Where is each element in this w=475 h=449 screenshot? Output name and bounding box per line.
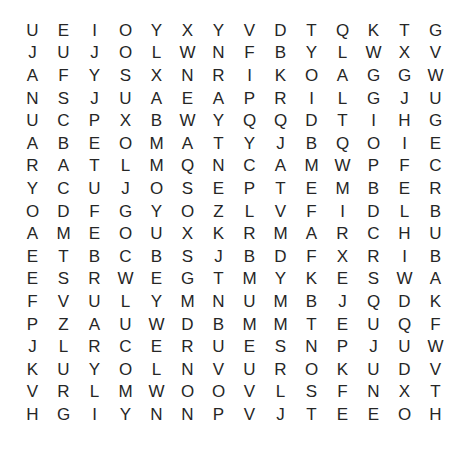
grid-cell-r4c8[interactable]: P	[234, 87, 265, 110]
grid-cell-r12c10[interactable]: K	[296, 268, 327, 291]
grid-cell-r16c5[interactable]: L	[141, 358, 172, 381]
grid-cell-r5c1[interactable]: U	[17, 109, 48, 132]
grid-cell-r3c8[interactable]: I	[234, 64, 265, 87]
grid-cell-r1c6[interactable]: X	[172, 19, 203, 42]
grid-cell-r4c5[interactable]: A	[141, 87, 172, 110]
grid-cell-r15c7[interactable]: U	[203, 335, 234, 358]
grid-cell-r5c10[interactable]: D	[296, 109, 327, 132]
grid-cell-r2c3[interactable]: J	[79, 42, 110, 65]
grid-cell-r12c11[interactable]: E	[327, 268, 358, 291]
grid-cell-r10c13[interactable]: H	[389, 222, 420, 245]
grid-cell-r5c9[interactable]: Q	[265, 109, 296, 132]
grid-cell-r1c14[interactable]: G	[420, 19, 451, 42]
grid-cell-r10c1[interactable]: A	[17, 222, 48, 245]
grid-cell-r7c5[interactable]: M	[141, 155, 172, 178]
grid-cell-r16c9[interactable]: R	[265, 358, 296, 381]
grid-cell-r2c6[interactable]: W	[172, 42, 203, 65]
grid-cell-r2c11[interactable]: L	[327, 42, 358, 65]
grid-cell-r17c9[interactable]: L	[265, 381, 296, 404]
grid-cell-r2c1[interactable]: J	[17, 42, 48, 65]
grid-cell-r5c4[interactable]: X	[110, 109, 141, 132]
grid-cell-r9c5[interactable]: Y	[141, 200, 172, 223]
grid-cell-r6c13[interactable]: I	[389, 132, 420, 155]
grid-cell-r8c12[interactable]: B	[358, 177, 389, 200]
grid-cell-r11c8[interactable]: B	[234, 245, 265, 268]
grid-cell-r4c2[interactable]: S	[48, 87, 79, 110]
grid-cell-r2c4[interactable]: O	[110, 42, 141, 65]
grid-cell-r12c5[interactable]: E	[141, 268, 172, 291]
grid-cell-r4c13[interactable]: J	[389, 87, 420, 110]
grid-cell-r16c6[interactable]: N	[172, 358, 203, 381]
grid-cell-r10c2[interactable]: M	[48, 222, 79, 245]
grid-cell-r15c2[interactable]: L	[48, 335, 79, 358]
grid-cell-r16c2[interactable]: U	[48, 358, 79, 381]
word-search-grid: UEIOYXYVDTQKTGJUJOLWNFBYLWXVAFYSXNRIKOAG…	[17, 19, 451, 426]
grid-cell-r14c1[interactable]: P	[17, 313, 48, 336]
grid-cell-r14c2[interactable]: Z	[48, 313, 79, 336]
grid-cell-r2c10[interactable]: Y	[296, 42, 327, 65]
grid-cell-r2c7[interactable]: N	[203, 42, 234, 65]
grid-cell-r3c10[interactable]: O	[296, 64, 327, 87]
grid-cell-r12c4[interactable]: W	[110, 268, 141, 291]
grid-cell-r4c1[interactable]: N	[17, 87, 48, 110]
grid-cell-r18c9[interactable]: J	[265, 403, 296, 426]
grid-cell-r13c3[interactable]: U	[79, 290, 110, 313]
grid-cell-r7c1[interactable]: R	[17, 155, 48, 178]
grid-cell-r6c2[interactable]: B	[48, 132, 79, 155]
grid-cell-r3c11[interactable]: A	[327, 64, 358, 87]
grid-cell-r18c13[interactable]: O	[389, 403, 420, 426]
grid-cell-r18c12[interactable]: E	[358, 403, 389, 426]
grid-cell-r18c11[interactable]: E	[327, 403, 358, 426]
grid-cell-r10c14[interactable]: U	[420, 222, 451, 245]
grid-cell-r14c13[interactable]: Q	[389, 313, 420, 336]
grid-cell-r10c8[interactable]: R	[234, 222, 265, 245]
grid-cell-r16c13[interactable]: D	[389, 358, 420, 381]
grid-cell-r7c9[interactable]: A	[265, 155, 296, 178]
grid-cell-r12c14[interactable]: A	[420, 268, 451, 291]
grid-cell-r1c3[interactable]: I	[79, 19, 110, 42]
grid-cell-r1c7[interactable]: Y	[203, 19, 234, 42]
grid-cell-r6c10[interactable]: B	[296, 132, 327, 155]
grid-cell-r7c8[interactable]: C	[234, 155, 265, 178]
grid-cell-r2c5[interactable]: L	[141, 42, 172, 65]
grid-cell-r7c11[interactable]: W	[327, 155, 358, 178]
grid-cell-r8c5[interactable]: O	[141, 177, 172, 200]
grid-cell-r3c14[interactable]: W	[420, 64, 451, 87]
grid-cell-r4c12[interactable]: G	[358, 87, 389, 110]
grid-cell-r11c14[interactable]: B	[420, 245, 451, 268]
grid-cell-r7c3[interactable]: T	[79, 155, 110, 178]
grid-cell-r14c12[interactable]: U	[358, 313, 389, 336]
grid-cell-r4c10[interactable]: I	[296, 87, 327, 110]
grid-cell-r8c13[interactable]: E	[389, 177, 420, 200]
grid-cell-r6c12[interactable]: O	[358, 132, 389, 155]
grid-cell-r11c9[interactable]: D	[265, 245, 296, 268]
grid-cell-r14c11[interactable]: E	[327, 313, 358, 336]
grid-cell-r15c13[interactable]: U	[389, 335, 420, 358]
grid-cell-r3c7[interactable]: R	[203, 64, 234, 87]
grid-cell-r15c6[interactable]: R	[172, 335, 203, 358]
grid-cell-r16c14[interactable]: V	[420, 358, 451, 381]
grid-cell-r16c7[interactable]: V	[203, 358, 234, 381]
grid-cell-r18c5[interactable]: N	[141, 403, 172, 426]
grid-cell-r4c7[interactable]: A	[203, 87, 234, 110]
grid-cell-r13c13[interactable]: D	[389, 290, 420, 313]
grid-cell-r12c9[interactable]: Y	[265, 268, 296, 291]
grid-cell-r18c4[interactable]: Y	[110, 403, 141, 426]
grid-cell-r14c6[interactable]: D	[172, 313, 203, 336]
grid-cell-r9c12[interactable]: D	[358, 200, 389, 223]
grid-cell-r16c12[interactable]: U	[358, 358, 389, 381]
grid-cell-r2c14[interactable]: V	[420, 42, 451, 65]
grid-cell-r11c2[interactable]: T	[48, 245, 79, 268]
grid-cell-r8c4[interactable]: J	[110, 177, 141, 200]
grid-cell-r12c8[interactable]: M	[234, 268, 265, 291]
grid-cell-r8c3[interactable]: U	[79, 177, 110, 200]
grid-cell-r15c10[interactable]: N	[296, 335, 327, 358]
grid-cell-r3c1[interactable]: A	[17, 64, 48, 87]
grid-cell-r6c4[interactable]: O	[110, 132, 141, 155]
grid-cell-r9c1[interactable]: O	[17, 200, 48, 223]
grid-cell-r11c5[interactable]: B	[141, 245, 172, 268]
grid-cell-r4c6[interactable]: E	[172, 87, 203, 110]
grid-cell-r10c9[interactable]: M	[265, 222, 296, 245]
grid-cell-r13c1[interactable]: F	[17, 290, 48, 313]
grid-cell-r9c13[interactable]: L	[389, 200, 420, 223]
grid-cell-r17c14[interactable]: T	[420, 381, 451, 404]
grid-cell-r10c4[interactable]: O	[110, 222, 141, 245]
grid-cell-r14c8[interactable]: M	[234, 313, 265, 336]
grid-cell-r7c6[interactable]: Q	[172, 155, 203, 178]
grid-cell-r2c8[interactable]: F	[234, 42, 265, 65]
grid-cell-r2c13[interactable]: X	[389, 42, 420, 65]
grid-cell-r13c12[interactable]: Q	[358, 290, 389, 313]
grid-cell-r9c7[interactable]: Z	[203, 200, 234, 223]
grid-cell-r1c2[interactable]: E	[48, 19, 79, 42]
grid-cell-r18c7[interactable]: P	[203, 403, 234, 426]
grid-cell-r6c9[interactable]: J	[265, 132, 296, 155]
grid-cell-r5c5[interactable]: B	[141, 109, 172, 132]
grid-cell-r11c1[interactable]: E	[17, 245, 48, 268]
grid-cell-r4c11[interactable]: L	[327, 87, 358, 110]
grid-cell-r3c9[interactable]: K	[265, 64, 296, 87]
grid-cell-r10c6[interactable]: X	[172, 222, 203, 245]
grid-cell-r3c13[interactable]: G	[389, 64, 420, 87]
grid-cell-r5c11[interactable]: T	[327, 109, 358, 132]
grid-cell-r13c6[interactable]: M	[172, 290, 203, 313]
grid-cell-r7c4[interactable]: L	[110, 155, 141, 178]
grid-cell-r17c8[interactable]: V	[234, 381, 265, 404]
grid-cell-r9c11[interactable]: I	[327, 200, 358, 223]
grid-cell-r8c14[interactable]: R	[420, 177, 451, 200]
grid-cell-r18c8[interactable]: V	[234, 403, 265, 426]
grid-cell-r3c4[interactable]: S	[110, 64, 141, 87]
grid-cell-r15c12[interactable]: J	[358, 335, 389, 358]
grid-cell-r5c14[interactable]: G	[420, 109, 451, 132]
grid-cell-r14c14[interactable]: F	[420, 313, 451, 336]
grid-cell-r5c7[interactable]: Y	[203, 109, 234, 132]
grid-cell-r14c4[interactable]: U	[110, 313, 141, 336]
grid-cell-r18c14[interactable]: H	[420, 403, 451, 426]
grid-cell-r5c3[interactable]: P	[79, 109, 110, 132]
grid-cell-r1c12[interactable]: K	[358, 19, 389, 42]
grid-cell-r13c9[interactable]: M	[265, 290, 296, 313]
grid-cell-r13c10[interactable]: B	[296, 290, 327, 313]
grid-cell-r11c11[interactable]: X	[327, 245, 358, 268]
grid-cell-r13c8[interactable]: U	[234, 290, 265, 313]
grid-cell-r15c3[interactable]: R	[79, 335, 110, 358]
grid-cell-r5c6[interactable]: W	[172, 109, 203, 132]
grid-cell-r11c7[interactable]: J	[203, 245, 234, 268]
grid-cell-r8c2[interactable]: C	[48, 177, 79, 200]
grid-cell-r10c11[interactable]: R	[327, 222, 358, 245]
grid-cell-r8c7[interactable]: E	[203, 177, 234, 200]
grid-cell-r15c11[interactable]: P	[327, 335, 358, 358]
grid-cell-r7c14[interactable]: C	[420, 155, 451, 178]
grid-cell-r9c14[interactable]: B	[420, 200, 451, 223]
grid-cell-r3c5[interactable]: X	[141, 64, 172, 87]
grid-cell-r8c11[interactable]: M	[327, 177, 358, 200]
grid-cell-r11c12[interactable]: R	[358, 245, 389, 268]
word-search-page: UEIOYXYVDTQKTGJUJOLWNFBYLWXVAFYSXNRIKOAG…	[0, 0, 475, 449]
grid-cell-r15c14[interactable]: W	[420, 335, 451, 358]
grid-cell-r6c14[interactable]: E	[420, 132, 451, 155]
grid-cell-r2c9[interactable]: B	[265, 42, 296, 65]
grid-cell-r9c6[interactable]: O	[172, 200, 203, 223]
grid-cell-r16c8[interactable]: U	[234, 358, 265, 381]
grid-cell-r9c4[interactable]: G	[110, 200, 141, 223]
grid-cell-r9c9[interactable]: V	[265, 200, 296, 223]
grid-cell-r11c6[interactable]: S	[172, 245, 203, 268]
grid-cell-r1c5[interactable]: Y	[141, 19, 172, 42]
grid-cell-r8c1[interactable]: Y	[17, 177, 48, 200]
grid-cell-r12c1[interactable]: E	[17, 268, 48, 291]
grid-cell-r5c12[interactable]: I	[358, 109, 389, 132]
grid-cell-r4c14[interactable]: U	[420, 87, 451, 110]
grid-cell-r17c10[interactable]: S	[296, 381, 327, 404]
grid-cell-r11c4[interactable]: C	[110, 245, 141, 268]
grid-cell-r14c9[interactable]: M	[265, 313, 296, 336]
grid-cell-r10c5[interactable]: U	[141, 222, 172, 245]
grid-cell-r18c6[interactable]: N	[172, 403, 203, 426]
grid-cell-r3c12[interactable]: G	[358, 64, 389, 87]
grid-cell-r12c3[interactable]: R	[79, 268, 110, 291]
grid-cell-r17c13[interactable]: X	[389, 381, 420, 404]
grid-cell-r5c13[interactable]: H	[389, 109, 420, 132]
grid-cell-r3c3[interactable]: Y	[79, 64, 110, 87]
grid-cell-r17c2[interactable]: R	[48, 381, 79, 404]
grid-cell-r16c1[interactable]: K	[17, 358, 48, 381]
grid-cell-r13c11[interactable]: J	[327, 290, 358, 313]
grid-cell-r1c11[interactable]: Q	[327, 19, 358, 42]
grid-cell-r9c3[interactable]: F	[79, 200, 110, 223]
grid-cell-r1c9[interactable]: D	[265, 19, 296, 42]
grid-cell-r17c5[interactable]: W	[141, 381, 172, 404]
grid-cell-r8c8[interactable]: P	[234, 177, 265, 200]
grid-cell-r17c3[interactable]: L	[79, 381, 110, 404]
grid-cell-r4c3[interactable]: J	[79, 87, 110, 110]
grid-cell-r15c1[interactable]: J	[17, 335, 48, 358]
grid-cell-r13c5[interactable]: Y	[141, 290, 172, 313]
grid-cell-r15c5[interactable]: E	[141, 335, 172, 358]
grid-cell-r1c1[interactable]: U	[17, 19, 48, 42]
grid-cell-r17c6[interactable]: O	[172, 381, 203, 404]
grid-cell-r6c11[interactable]: Q	[327, 132, 358, 155]
grid-cell-r12c2[interactable]: S	[48, 268, 79, 291]
grid-cell-r1c13[interactable]: T	[389, 19, 420, 42]
grid-cell-r16c10[interactable]: O	[296, 358, 327, 381]
grid-cell-r17c7[interactable]: O	[203, 381, 234, 404]
grid-cell-r3c2[interactable]: F	[48, 64, 79, 87]
grid-cell-r16c11[interactable]: K	[327, 358, 358, 381]
grid-cell-r14c5[interactable]: W	[141, 313, 172, 336]
grid-cell-r6c1[interactable]: A	[17, 132, 48, 155]
grid-cell-r14c10[interactable]: T	[296, 313, 327, 336]
grid-cell-r2c2[interactable]: U	[48, 42, 79, 65]
grid-cell-r16c3[interactable]: Y	[79, 358, 110, 381]
grid-cell-r11c3[interactable]: B	[79, 245, 110, 268]
grid-cell-r17c11[interactable]: F	[327, 381, 358, 404]
grid-cell-r14c3[interactable]: A	[79, 313, 110, 336]
grid-cell-r13c7[interactable]: N	[203, 290, 234, 313]
grid-cell-r1c10[interactable]: T	[296, 19, 327, 42]
grid-cell-r10c3[interactable]: E	[79, 222, 110, 245]
grid-cell-r7c13[interactable]: F	[389, 155, 420, 178]
grid-cell-r6c3[interactable]: E	[79, 132, 110, 155]
grid-cell-r8c10[interactable]: E	[296, 177, 327, 200]
grid-cell-r6c7[interactable]: T	[203, 132, 234, 155]
grid-cell-r18c1[interactable]: H	[17, 403, 48, 426]
grid-cell-r10c7[interactable]: K	[203, 222, 234, 245]
grid-cell-r8c6[interactable]: S	[172, 177, 203, 200]
grid-cell-r17c1[interactable]: V	[17, 381, 48, 404]
grid-cell-r4c4[interactable]: U	[110, 87, 141, 110]
grid-cell-r18c3[interactable]: I	[79, 403, 110, 426]
grid-cell-r2c12[interactable]: W	[358, 42, 389, 65]
grid-cell-r7c10[interactable]: M	[296, 155, 327, 178]
grid-cell-r17c12[interactable]: N	[358, 381, 389, 404]
grid-cell-r15c4[interactable]: C	[110, 335, 141, 358]
grid-cell-r12c7[interactable]: T	[203, 268, 234, 291]
grid-cell-r12c6[interactable]: G	[172, 268, 203, 291]
grid-cell-r18c10[interactable]: T	[296, 403, 327, 426]
grid-cell-r7c2[interactable]: A	[48, 155, 79, 178]
grid-cell-r7c12[interactable]: P	[358, 155, 389, 178]
grid-cell-r6c6[interactable]: A	[172, 132, 203, 155]
grid-cell-r6c5[interactable]: M	[141, 132, 172, 155]
grid-cell-r11c13[interactable]: I	[389, 245, 420, 268]
grid-cell-r15c8[interactable]: E	[234, 335, 265, 358]
grid-cell-r7c7[interactable]: N	[203, 155, 234, 178]
grid-cell-r11c10[interactable]: F	[296, 245, 327, 268]
grid-cell-r10c12[interactable]: C	[358, 222, 389, 245]
grid-cell-r13c14[interactable]: K	[420, 290, 451, 313]
grid-cell-r12c13[interactable]: W	[389, 268, 420, 291]
grid-cell-r5c8[interactable]: Q	[234, 109, 265, 132]
grid-cell-r9c2[interactable]: D	[48, 200, 79, 223]
grid-cell-r10c10[interactable]: A	[296, 222, 327, 245]
grid-cell-r17c4[interactable]: M	[110, 381, 141, 404]
grid-cell-r9c8[interactable]: L	[234, 200, 265, 223]
grid-cell-r16c4[interactable]: O	[110, 358, 141, 381]
grid-cell-r18c2[interactable]: G	[48, 403, 79, 426]
grid-cell-r3c6[interactable]: N	[172, 64, 203, 87]
grid-cell-r1c8[interactable]: V	[234, 19, 265, 42]
grid-cell-r13c2[interactable]: V	[48, 290, 79, 313]
grid-cell-r9c10[interactable]: F	[296, 200, 327, 223]
grid-cell-r12c12[interactable]: S	[358, 268, 389, 291]
grid-cell-r14c7[interactable]: B	[203, 313, 234, 336]
grid-cell-r13c4[interactable]: L	[110, 290, 141, 313]
grid-cell-r8c9[interactable]: T	[265, 177, 296, 200]
grid-cell-r15c9[interactable]: S	[265, 335, 296, 358]
grid-cell-r6c8[interactable]: Y	[234, 132, 265, 155]
grid-cell-r5c2[interactable]: C	[48, 109, 79, 132]
grid-cell-r4c9[interactable]: R	[265, 87, 296, 110]
grid-cell-r1c4[interactable]: O	[110, 19, 141, 42]
